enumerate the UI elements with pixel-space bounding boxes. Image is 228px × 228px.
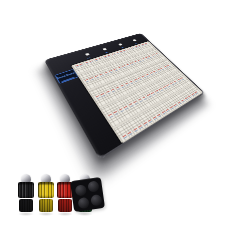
binding-post-hole [85,53,90,56]
binding-post-hole [118,43,123,46]
post-contact-shadow-binding-post-yellow [38,212,54,216]
knurled-nut-binding-post-yellow [38,182,54,199]
breadboard [71,41,203,143]
bread-board-label-subtext-bar [61,77,74,82]
binding-post-yellow [38,174,54,213]
binding-post-red [57,174,73,213]
post-base-binding-post-red [58,199,72,212]
knurled-nut-binding-post-black [18,182,34,199]
product-photo-scene: Bread Board [0,0,228,228]
post-contact-shadow-binding-post-red [57,212,73,216]
binding-post-hole [102,48,107,51]
rubber-foot-bump [74,184,86,196]
mounting-plate: Bread Board [44,33,205,160]
post-base-binding-post-black [19,199,33,212]
rubber-foot-bump [77,197,89,209]
post-contact-shadow-binding-post-black [18,212,34,216]
rubber-feet-pad [70,177,105,212]
binding-post-black [18,174,34,213]
rubber-foot-bump [90,194,102,206]
post-contact-shadow-binding-post-green [77,212,93,216]
post-base-binding-post-yellow [39,199,53,212]
binding-post-hole [132,39,136,41]
rubber-foot-bump [87,180,99,192]
